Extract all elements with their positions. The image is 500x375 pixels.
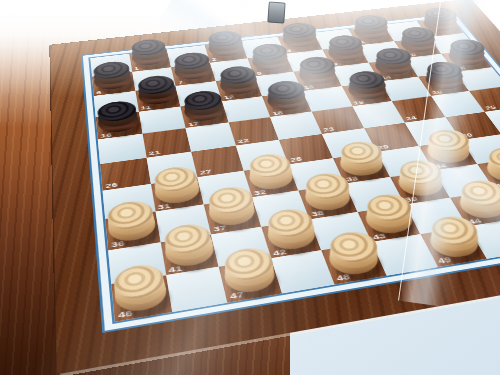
square-7[interactable]: 7 [171,63,215,86]
square-47[interactable]: 47 [219,259,282,303]
black-man-20[interactable] [421,73,466,94]
square-48[interactable]: 48 [322,242,387,284]
square-46[interactable]: 46 [111,276,171,322]
light-square [271,112,322,140]
white-man-49[interactable] [425,229,483,264]
square-12[interactable]: 12 [216,77,263,102]
square-1[interactable]: 1 [129,49,171,71]
square-number-28: 28 [289,156,303,163]
square-31[interactable]: 31 [151,177,205,212]
black-man-19[interactable] [345,83,389,105]
black-man-16[interactable] [99,114,139,138]
square-number-24: 24 [405,115,418,121]
board-frame: 1234567891011121314151617181920212223242… [50,0,500,374]
board-grid: 1234567891011121314151617181920212223242… [88,16,500,324]
board-margin-pinstripe: 1234567891011121314151617181920212223242… [81,13,500,333]
square-number-21: 21 [148,150,161,157]
light-square [166,267,228,312]
photo-scene: 1234567891011121314151617181920212223242… [0,0,500,375]
square-number-25: 25 [484,105,498,111]
light-square [139,106,186,133]
light-square [431,91,485,117]
draughts-board: 1234567891011121314151617181920212223242… [50,0,500,374]
black-man-6[interactable] [95,73,132,94]
square-number-23: 23 [322,126,335,132]
square-number-27: 27 [199,168,212,175]
white-man-43[interactable] [362,207,416,240]
square-49[interactable]: 49 [420,227,487,267]
square-number-22: 22 [237,138,250,145]
white-man-48[interactable] [326,245,382,281]
